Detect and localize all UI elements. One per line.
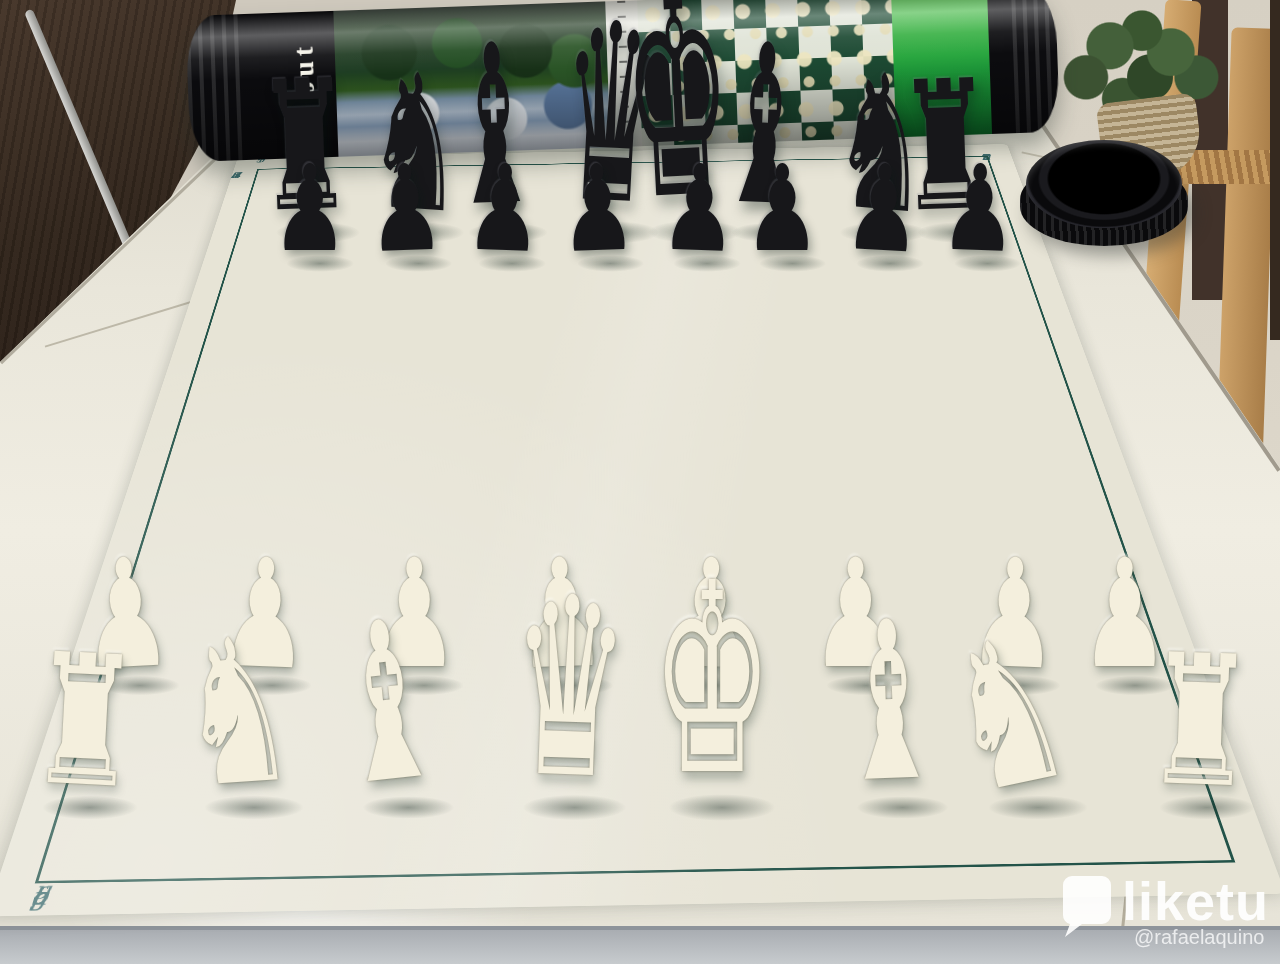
tube-lid-opening <box>1026 140 1182 228</box>
scene-photo: abcdefgh 87654321 87654321 abcdefgh for … <box>0 0 1280 964</box>
background-edge <box>1270 0 1280 340</box>
tube-cap-text: for out <box>281 11 328 158</box>
liketu-brand: liketu <box>1122 870 1269 932</box>
liketu-handle: @rafaelaquino <box>1134 926 1264 949</box>
liketu-watermark: liketu @rafaelaquino <box>1048 868 1273 958</box>
tube-lid <box>1020 134 1188 246</box>
liketu-logo-icon <box>1056 874 1114 938</box>
